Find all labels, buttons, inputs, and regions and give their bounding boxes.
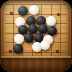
white-stone — [46, 16, 57, 27]
black-stone — [18, 6, 29, 17]
white-stone — [40, 40, 51, 51]
star-point — [57, 13, 60, 16]
star-point — [9, 50, 12, 53]
star-point — [10, 12, 13, 15]
grid-line-vertical — [60, 4, 61, 56]
grid-and-stones-layer — [0, 0, 72, 72]
star-point — [56, 50, 59, 53]
go-board-app-icon[interactable] — [0, 0, 72, 72]
